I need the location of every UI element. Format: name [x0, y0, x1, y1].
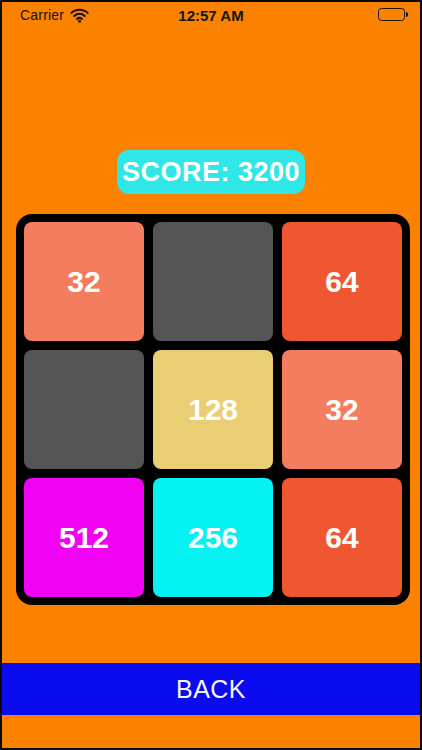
tile-r3c3: 64	[282, 478, 402, 597]
back-button[interactable]: BACK	[2, 663, 420, 715]
battery-icon	[378, 8, 409, 21]
tile-r3c1: 512	[24, 478, 144, 597]
tile-r1c3: 64	[282, 222, 402, 341]
app-screen: Carrier 12:57 AM SCORE: 3200 32 64 128 3…	[0, 0, 422, 750]
clock: 12:57 AM	[2, 7, 420, 24]
score-badge: SCORE: 3200	[117, 150, 305, 194]
tile-r1c1: 32	[24, 222, 144, 341]
tile-r2c3: 32	[282, 350, 402, 469]
tile-r1c2	[153, 222, 273, 341]
tile-r2c2: 128	[153, 350, 273, 469]
tile-r2c1	[24, 350, 144, 469]
status-bar: Carrier 12:57 AM	[2, 2, 420, 28]
tile-r3c2: 256	[153, 478, 273, 597]
game-board[interactable]: 32 64 128 32 512 256 64	[16, 214, 410, 605]
